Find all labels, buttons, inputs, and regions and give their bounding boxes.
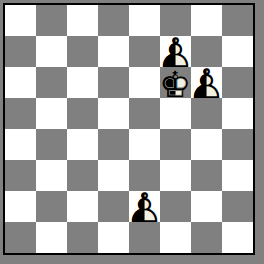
piece-black-half-layer: ♟ xyxy=(160,38,191,69)
square-e2: ♟♙♟ xyxy=(129,191,160,222)
square-e5 xyxy=(129,98,160,129)
square-c2 xyxy=(67,191,98,222)
square-b7 xyxy=(36,36,67,67)
piece-outline-layer: ♙ xyxy=(160,38,191,69)
square-c1 xyxy=(67,222,98,253)
square-d3 xyxy=(98,160,129,191)
square-g2 xyxy=(191,191,222,222)
square-a1 xyxy=(5,222,36,253)
square-c4 xyxy=(67,129,98,160)
square-f3 xyxy=(160,160,191,191)
square-e3 xyxy=(129,160,160,191)
square-f8 xyxy=(160,5,191,36)
square-f6: ♚♔♚ xyxy=(160,67,191,98)
square-d2 xyxy=(98,191,129,222)
square-h3 xyxy=(222,160,253,191)
square-h1 xyxy=(222,222,253,253)
square-b4 xyxy=(36,129,67,160)
square-g7 xyxy=(191,36,222,67)
square-a5 xyxy=(5,98,36,129)
piece-white-fill-layer: ♟ xyxy=(160,38,191,69)
square-b3 xyxy=(36,160,67,191)
square-b8 xyxy=(36,5,67,36)
square-g6: ♟♙♟ xyxy=(191,67,222,98)
square-a6 xyxy=(5,67,36,98)
neutral-pawn-g6: ♟♙♟ xyxy=(191,69,222,100)
square-d7 xyxy=(98,36,129,67)
square-h6 xyxy=(222,67,253,98)
piece-outline-layer: ♙ xyxy=(129,193,160,224)
square-e4 xyxy=(129,129,160,160)
square-b2 xyxy=(36,191,67,222)
square-g1 xyxy=(191,222,222,253)
square-c7 xyxy=(67,36,98,67)
piece-black-half-layer: ♚ xyxy=(160,69,191,100)
square-a3 xyxy=(5,160,36,191)
piece-outline-layer: ♙ xyxy=(191,69,222,100)
square-e7 xyxy=(129,36,160,67)
square-f7: ♟♙♟ xyxy=(160,36,191,67)
square-c3 xyxy=(67,160,98,191)
piece-white-fill-layer: ♚ xyxy=(160,69,191,100)
square-d4 xyxy=(98,129,129,160)
square-d8 xyxy=(98,5,129,36)
square-b6 xyxy=(36,67,67,98)
square-f4 xyxy=(160,129,191,160)
square-d5 xyxy=(98,98,129,129)
square-c6 xyxy=(67,67,98,98)
square-h8 xyxy=(222,5,253,36)
square-e8 xyxy=(129,5,160,36)
square-c5 xyxy=(67,98,98,129)
neutral-king-f6: ♚♔♚ xyxy=(160,69,191,100)
square-f2 xyxy=(160,191,191,222)
square-d6 xyxy=(98,67,129,98)
square-a2 xyxy=(5,191,36,222)
square-h2 xyxy=(222,191,253,222)
neutral-pawn-f7: ♟♙♟ xyxy=(160,38,191,69)
piece-white-fill-layer: ♟ xyxy=(191,69,222,100)
square-f5 xyxy=(160,98,191,129)
square-h5 xyxy=(222,98,253,129)
square-c8 xyxy=(67,5,98,36)
square-b5 xyxy=(36,98,67,129)
square-h4 xyxy=(222,129,253,160)
square-g4 xyxy=(191,129,222,160)
square-a8 xyxy=(5,5,36,36)
square-h7 xyxy=(222,36,253,67)
diagram-frame: ♟♙♟♚♔♚♟♙♟♟♙♟ xyxy=(0,0,264,264)
neutral-pawn-e2: ♟♙♟ xyxy=(129,193,160,224)
square-g8 xyxy=(191,5,222,36)
square-e1 xyxy=(129,222,160,253)
square-g3 xyxy=(191,160,222,191)
square-a4 xyxy=(5,129,36,160)
square-e6 xyxy=(129,67,160,98)
square-f1 xyxy=(160,222,191,253)
square-a7 xyxy=(5,36,36,67)
chess-board: ♟♙♟♚♔♚♟♙♟♟♙♟ xyxy=(3,3,255,255)
square-b1 xyxy=(36,222,67,253)
piece-white-fill-layer: ♟ xyxy=(129,193,160,224)
square-d1 xyxy=(98,222,129,253)
piece-outline-layer: ♔ xyxy=(160,69,191,100)
square-g5 xyxy=(191,98,222,129)
piece-black-half-layer: ♟ xyxy=(129,193,160,224)
piece-black-half-layer: ♟ xyxy=(191,69,222,100)
